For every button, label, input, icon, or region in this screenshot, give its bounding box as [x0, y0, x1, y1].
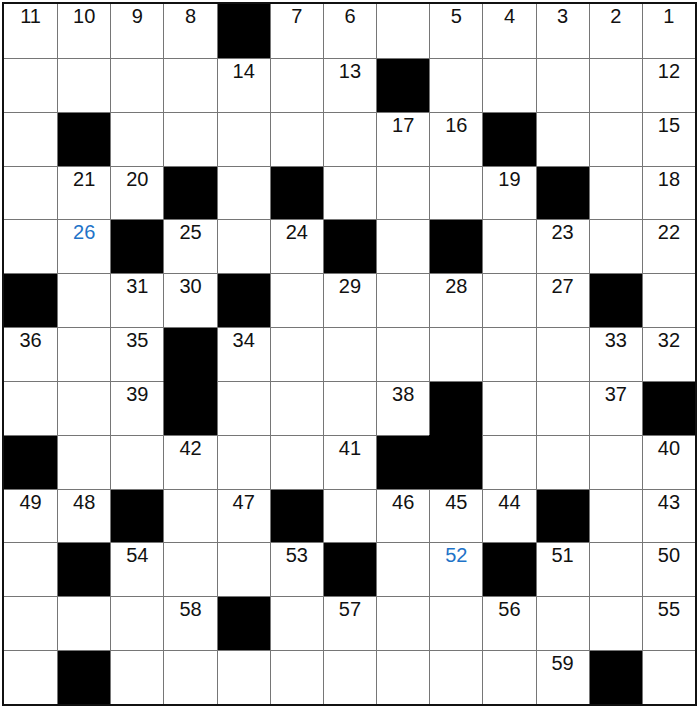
cell-r9c4[interactable]: 42: [163, 435, 216, 489]
cell-r2c1[interactable]: [4, 58, 57, 112]
cell-r9c3[interactable]: [110, 435, 163, 489]
cell-number: 51: [537, 544, 589, 567]
cell-r1c7[interactable]: 6: [323, 4, 376, 58]
cell-r13c7[interactable]: [323, 650, 376, 704]
cell-r7c13[interactable]: 32: [642, 327, 695, 381]
cell-r12c13[interactable]: 55: [642, 596, 695, 650]
cell-r7c11[interactable]: [536, 327, 589, 381]
cell-r3c13[interactable]: 15: [642, 112, 695, 166]
cell-r13c6[interactable]: [270, 650, 323, 704]
cell-number: 35: [111, 329, 163, 352]
cell-r11c4[interactable]: [163, 542, 216, 596]
cell-r9c6[interactable]: [270, 435, 323, 489]
cell-r6c7[interactable]: 29: [323, 273, 376, 327]
block-cell-r10c6: [270, 489, 323, 543]
block-cell-r5c7: [323, 219, 376, 273]
cell-r13c11[interactable]: 59: [536, 650, 589, 704]
cell-number: 49: [4, 491, 57, 514]
cell-number: 46: [377, 491, 429, 514]
cell-number: 22: [643, 221, 695, 244]
cell-number: 21: [58, 168, 110, 191]
cell-number: 30: [164, 275, 216, 298]
cell-number: 47: [218, 491, 270, 514]
cell-r13c10[interactable]: [482, 650, 535, 704]
cell-r1c8[interactable]: [376, 4, 429, 58]
cell-number: 16: [430, 114, 482, 137]
cell-r7c12[interactable]: 33: [589, 327, 642, 381]
cell-r2c11[interactable]: [536, 58, 589, 112]
cell-r2c5[interactable]: 14: [217, 58, 270, 112]
cell-r5c2[interactable]: 26: [57, 219, 110, 273]
cell-r5c1[interactable]: [4, 219, 57, 273]
block-cell-r9c1: [4, 435, 57, 489]
cell-r13c9[interactable]: [429, 650, 482, 704]
cell-number: 36: [4, 329, 57, 352]
cell-r12c10[interactable]: 56: [482, 596, 535, 650]
cell-r1c3[interactable]: 9: [110, 4, 163, 58]
cell-number: 3: [537, 5, 589, 28]
block-cell-r9c9: [429, 435, 482, 489]
cell-number: 2: [590, 5, 642, 28]
cell-r11c5[interactable]: [217, 542, 270, 596]
cell-r7c7[interactable]: [323, 327, 376, 381]
block-cell-r6c5: [217, 273, 270, 327]
block-cell-r3c2: [57, 112, 110, 166]
cell-r3c3[interactable]: [110, 112, 163, 166]
cell-r9c5[interactable]: [217, 435, 270, 489]
cell-r3c7[interactable]: [323, 112, 376, 166]
cell-r3c1[interactable]: [4, 112, 57, 166]
block-cell-r5c3: [110, 219, 163, 273]
cell-r4c1[interactable]: [4, 166, 57, 220]
cell-number: 7: [271, 5, 323, 28]
cell-r5c6[interactable]: 24: [270, 219, 323, 273]
cell-r2c7[interactable]: 13: [323, 58, 376, 112]
cell-r2c10[interactable]: [482, 58, 535, 112]
cell-r3c5[interactable]: [217, 112, 270, 166]
cell-r2c2[interactable]: [57, 58, 110, 112]
cell-r12c9[interactable]: [429, 596, 482, 650]
cell-number: 38: [377, 383, 429, 406]
cell-number: 41: [324, 437, 376, 460]
block-cell-r8c9: [429, 381, 482, 435]
cell-r8c8[interactable]: 38: [376, 381, 429, 435]
cell-r10c2[interactable]: 48: [57, 489, 110, 543]
cell-number: 1: [643, 5, 695, 28]
cell-r4c5[interactable]: [217, 166, 270, 220]
cell-r11c9[interactable]: 52: [429, 542, 482, 596]
block-cell-r9c8: [376, 435, 429, 489]
cell-r1c13[interactable]: 1: [642, 4, 695, 58]
cell-r9c10[interactable]: [482, 435, 535, 489]
cell-number: 57: [324, 598, 376, 621]
cell-number: 55: [643, 598, 695, 621]
cell-r5c11[interactable]: 23: [536, 219, 589, 273]
cell-number: 6: [324, 5, 376, 28]
block-cell-r6c12: [589, 273, 642, 327]
cell-r10c5[interactable]: 47: [217, 489, 270, 543]
cell-r13c4[interactable]: [163, 650, 216, 704]
cell-r7c2[interactable]: [57, 327, 110, 381]
cell-r12c7[interactable]: 57: [323, 596, 376, 650]
cell-number: 4: [483, 5, 535, 28]
cell-r7c1[interactable]: 36: [4, 327, 57, 381]
cell-r12c8[interactable]: [376, 596, 429, 650]
cell-r8c6[interactable]: [270, 381, 323, 435]
cell-r1c1[interactable]: 11: [4, 4, 57, 58]
cell-number: 54: [111, 544, 163, 567]
cell-r5c12[interactable]: [589, 219, 642, 273]
block-cell-r6c1: [4, 273, 57, 327]
cell-r12c3[interactable]: [110, 596, 163, 650]
block-cell-r13c12: [589, 650, 642, 704]
block-cell-r11c7: [323, 542, 376, 596]
cell-r10c12[interactable]: [589, 489, 642, 543]
cell-r6c9[interactable]: 28: [429, 273, 482, 327]
cell-r8c5[interactable]: [217, 381, 270, 435]
block-cell-r5c9: [429, 219, 482, 273]
block-cell-r2c8: [376, 58, 429, 112]
cell-number: 8: [164, 5, 216, 28]
cell-r12c1[interactable]: [4, 596, 57, 650]
cell-r8c1[interactable]: [4, 381, 57, 435]
cell-number: 23: [537, 221, 589, 244]
cell-r9c7[interactable]: 41: [323, 435, 376, 489]
cell-number: 9: [111, 5, 163, 28]
cell-number: 44: [483, 491, 535, 514]
cell-r7c3[interactable]: 35: [110, 327, 163, 381]
cell-number: 5: [430, 5, 482, 28]
cell-r6c2[interactable]: [57, 273, 110, 327]
cell-number: 32: [643, 329, 695, 352]
cell-r2c12[interactable]: [589, 58, 642, 112]
cell-number: 15: [643, 114, 695, 137]
block-cell-r4c6: [270, 166, 323, 220]
cell-r8c11[interactable]: [536, 381, 589, 435]
cell-r7c5[interactable]: 34: [217, 327, 270, 381]
cell-r10c1[interactable]: 49: [4, 489, 57, 543]
cell-r5c13[interactable]: 22: [642, 219, 695, 273]
cell-r6c11[interactable]: 27: [536, 273, 589, 327]
cell-r2c4[interactable]: [163, 58, 216, 112]
cell-r7c8[interactable]: [376, 327, 429, 381]
cell-r3c6[interactable]: [270, 112, 323, 166]
cell-r1c10[interactable]: 4: [482, 4, 535, 58]
cell-number: 27: [537, 275, 589, 298]
cell-number: 56: [483, 598, 535, 621]
cell-r11c11[interactable]: 51: [536, 542, 589, 596]
cell-number: 58: [164, 598, 216, 621]
cell-r4c13[interactable]: 18: [642, 166, 695, 220]
cell-r13c13[interactable]: [642, 650, 695, 704]
cell-r13c8[interactable]: [376, 650, 429, 704]
cell-r4c7[interactable]: [323, 166, 376, 220]
cell-r12c6[interactable]: [270, 596, 323, 650]
cell-number: 20: [111, 168, 163, 191]
cell-r6c10[interactable]: [482, 273, 535, 327]
crossword-page: 1110987654321141312171615212019182625242…: [0, 0, 700, 709]
cell-r13c5[interactable]: [217, 650, 270, 704]
cell-r9c2[interactable]: [57, 435, 110, 489]
cell-r10c13[interactable]: 43: [642, 489, 695, 543]
cell-number: 13: [324, 60, 376, 83]
block-cell-r7c4: [163, 327, 216, 381]
cell-number: 31: [111, 275, 163, 298]
cell-number: 17: [377, 114, 429, 137]
cell-r5c8[interactable]: [376, 219, 429, 273]
cell-r2c9[interactable]: [429, 58, 482, 112]
cell-r4c8[interactable]: [376, 166, 429, 220]
cell-r12c4[interactable]: 58: [163, 596, 216, 650]
block-cell-r10c3: [110, 489, 163, 543]
cell-number: 25: [164, 221, 216, 244]
cell-r2c6[interactable]: [270, 58, 323, 112]
cell-r3c9[interactable]: 16: [429, 112, 482, 166]
block-cell-r4c4: [163, 166, 216, 220]
cell-r9c11[interactable]: [536, 435, 589, 489]
cell-number: 19: [483, 168, 535, 191]
cell-r2c13[interactable]: 12: [642, 58, 695, 112]
cell-number: 53: [271, 544, 323, 567]
cell-r1c2[interactable]: 10: [57, 4, 110, 58]
cell-r10c9[interactable]: 45: [429, 489, 482, 543]
cell-r11c12[interactable]: [589, 542, 642, 596]
cell-number: 12: [643, 60, 695, 83]
cell-r1c12[interactable]: 2: [589, 4, 642, 58]
cell-r6c6[interactable]: [270, 273, 323, 327]
cell-number: 29: [324, 275, 376, 298]
block-cell-r4c11: [536, 166, 589, 220]
crossword-board: 1110987654321141312171615212019182625242…: [2, 2, 697, 706]
cell-number: 33: [590, 329, 642, 352]
cell-r3c8[interactable]: 17: [376, 112, 429, 166]
cell-r3c11[interactable]: [536, 112, 589, 166]
cell-r11c6[interactable]: 53: [270, 542, 323, 596]
block-cell-r10c11: [536, 489, 589, 543]
cell-number: 42: [164, 437, 216, 460]
cell-r3c4[interactable]: [163, 112, 216, 166]
cell-r4c9[interactable]: [429, 166, 482, 220]
cell-r4c3[interactable]: 20: [110, 166, 163, 220]
cell-number: 50: [643, 544, 695, 567]
cell-r4c2[interactable]: 21: [57, 166, 110, 220]
block-cell-r11c2: [57, 542, 110, 596]
cell-number: 11: [4, 5, 57, 28]
cell-number: 37: [590, 383, 642, 406]
cell-number: 34: [218, 329, 270, 352]
cell-r6c4[interactable]: 30: [163, 273, 216, 327]
cell-r8c2[interactable]: [57, 381, 110, 435]
cell-r9c12[interactable]: [589, 435, 642, 489]
cell-r5c10[interactable]: [482, 219, 535, 273]
block-cell-r8c13: [642, 381, 695, 435]
cell-r10c8[interactable]: 46: [376, 489, 429, 543]
cell-r11c13[interactable]: 50: [642, 542, 695, 596]
cell-r4c12[interactable]: [589, 166, 642, 220]
cell-r7c9[interactable]: [429, 327, 482, 381]
cell-r8c12[interactable]: 37: [589, 381, 642, 435]
cell-number: 48: [58, 491, 110, 514]
cell-r11c1[interactable]: [4, 542, 57, 596]
cell-r7c6[interactable]: [270, 327, 323, 381]
highlighted-cell-number: 26: [58, 221, 110, 244]
cell-r3c12[interactable]: [589, 112, 642, 166]
cell-r2c3[interactable]: [110, 58, 163, 112]
cell-number: 39: [111, 383, 163, 406]
cell-r10c4[interactable]: [163, 489, 216, 543]
cell-r9c13[interactable]: 40: [642, 435, 695, 489]
cell-number: 45: [430, 491, 482, 514]
cell-r5c5[interactable]: [217, 219, 270, 273]
cell-number: 28: [430, 275, 482, 298]
cell-r1c4[interactable]: 8: [163, 4, 216, 58]
block-cell-r3c10: [482, 112, 535, 166]
highlighted-cell-number: 52: [430, 544, 482, 567]
cell-r7c10[interactable]: [482, 327, 535, 381]
cell-r8c10[interactable]: [482, 381, 535, 435]
cell-r5c4[interactable]: 25: [163, 219, 216, 273]
cell-number: 24: [271, 221, 323, 244]
cell-r1c9[interactable]: 5: [429, 4, 482, 58]
block-cell-r8c4: [163, 381, 216, 435]
cell-number: 59: [537, 652, 589, 675]
cell-r8c3[interactable]: 39: [110, 381, 163, 435]
cell-r11c3[interactable]: 54: [110, 542, 163, 596]
cell-number: 43: [643, 491, 695, 514]
cell-number: 40: [643, 437, 695, 460]
cell-r6c8[interactable]: [376, 273, 429, 327]
cell-r1c6[interactable]: 7: [270, 4, 323, 58]
cell-r8c7[interactable]: [323, 381, 376, 435]
cell-number: 10: [58, 5, 110, 28]
cell-r6c3[interactable]: 31: [110, 273, 163, 327]
cell-r12c12[interactable]: [589, 596, 642, 650]
cell-r10c10[interactable]: 44: [482, 489, 535, 543]
cell-number: 14: [218, 60, 270, 83]
block-cell-r13c2: [57, 650, 110, 704]
cell-r1c11[interactable]: 3: [536, 4, 589, 58]
cell-r13c1[interactable]: [4, 650, 57, 704]
cell-r4c10[interactable]: 19: [482, 166, 535, 220]
cell-r11c8[interactable]: [376, 542, 429, 596]
block-cell-r11c10: [482, 542, 535, 596]
cell-number: 18: [643, 168, 695, 191]
cell-r10c7[interactable]: [323, 489, 376, 543]
block-cell-r12c5: [217, 596, 270, 650]
cell-r6c13[interactable]: [642, 273, 695, 327]
cell-r12c2[interactable]: [57, 596, 110, 650]
block-cell-r1c5: [217, 4, 270, 58]
cell-r12c11[interactable]: [536, 596, 589, 650]
cell-r13c3[interactable]: [110, 650, 163, 704]
